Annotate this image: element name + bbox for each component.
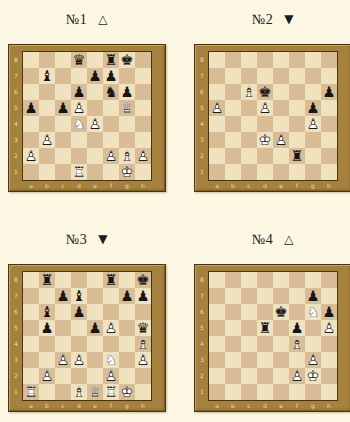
square-f1 [103, 164, 119, 180]
square-f4 [103, 336, 119, 352]
square-c1 [241, 384, 257, 400]
file-label-h: h [321, 400, 337, 411]
file-label-d: d [71, 180, 87, 191]
white-pawn-piece: ♟♙ [305, 116, 321, 132]
square-f4 [103, 116, 119, 132]
square-h8 [321, 272, 337, 288]
square-d3: ♟♙ [71, 352, 87, 368]
square-g1: ♚♔ [119, 164, 135, 180]
black-pawn-piece: ♟ [289, 320, 305, 336]
square-e5 [273, 100, 289, 116]
black-pawn-piece: ♟ [55, 288, 71, 304]
square-g2: ♝♗ [119, 148, 135, 164]
square-e7 [273, 68, 289, 84]
board-1: ♛♜♚♝♟♟♟♞♟♟♟♟♙♛♕♞♘♟♙♟♙♟♙♟♙♝♗♟♙♜♖♚♔ 876543… [8, 44, 166, 192]
file-label-b: b [225, 180, 241, 191]
square-h2 [321, 368, 337, 384]
rank-label-3: 3 [11, 352, 21, 368]
square-a7 [209, 68, 225, 84]
square-e5: ♟ [87, 320, 103, 336]
black-pawn-piece: ♟ [321, 84, 337, 100]
file-label-h: h [135, 180, 151, 191]
square-a5: ♟ [23, 100, 39, 116]
black-pawn-piece: ♟ [119, 84, 135, 100]
square-d5: ♟♙ [257, 100, 273, 116]
square-d5: ♟♙ [71, 100, 87, 116]
square-e1 [273, 164, 289, 180]
black-rook-piece: ♜ [103, 52, 119, 68]
square-b4 [225, 116, 241, 132]
black-pawn-piece: ♟ [305, 288, 321, 304]
square-f4 [289, 116, 305, 132]
square-b6: ♝ [39, 304, 55, 320]
rank-label-7: 7 [197, 68, 207, 84]
white-knight-piece: ♞♘ [305, 304, 321, 320]
board-2: ♝♗♚♟♟♙♟♙♟♟♙♚♔♟♙♜ 87654321abcdefgh [194, 44, 350, 192]
square-c3 [241, 352, 257, 368]
square-a6 [209, 84, 225, 100]
white-pawn-piece: ♟♙ [103, 148, 119, 164]
square-e7 [273, 288, 289, 304]
square-e7: ♟ [87, 68, 103, 84]
square-a2 [23, 368, 39, 384]
square-a7 [23, 288, 39, 304]
rank-label-7: 7 [11, 288, 21, 304]
square-h8 [135, 52, 151, 68]
white-king-piece: ♚♔ [119, 164, 135, 180]
square-a2: ♟♙ [23, 148, 39, 164]
square-c8 [55, 52, 71, 68]
square-d3 [257, 352, 273, 368]
file-label-g: g [119, 400, 135, 411]
square-c5: ♟ [55, 100, 71, 116]
square-b5 [39, 100, 55, 116]
square-h1 [135, 164, 151, 180]
square-f6 [289, 304, 305, 320]
white-pawn-piece: ♟♙ [39, 368, 55, 384]
square-b3 [39, 352, 55, 368]
square-d4 [257, 336, 273, 352]
square-b2 [225, 148, 241, 164]
rank-label-2: 2 [197, 368, 207, 384]
square-e1 [87, 164, 103, 180]
square-g3 [305, 132, 321, 148]
square-b1 [39, 164, 55, 180]
square-h2: ♟♙ [135, 148, 151, 164]
square-b2 [225, 368, 241, 384]
square-f2: ♜ [289, 148, 305, 164]
rank-label-7: 7 [11, 68, 21, 84]
square-c7 [241, 68, 257, 84]
square-c6 [55, 304, 71, 320]
square-c2 [55, 368, 71, 384]
square-g6 [305, 84, 321, 100]
square-e2 [273, 148, 289, 164]
file-label-f: f [103, 180, 119, 191]
square-h1 [321, 164, 337, 180]
diagram-4-label: №4 [252, 232, 273, 247]
rank-label-4: 4 [11, 116, 21, 132]
black-rook-piece: ♜ [103, 272, 119, 288]
square-e3: ♟♙ [273, 132, 289, 148]
square-c4 [55, 336, 71, 352]
black-rook-piece: ♜ [289, 148, 305, 164]
square-d5 [71, 320, 87, 336]
file-label-h: h [135, 400, 151, 411]
square-h8 [321, 52, 337, 68]
square-h7: ♟ [135, 288, 151, 304]
square-f1: ♜♖ [103, 384, 119, 400]
rank-label-1: 1 [11, 384, 21, 400]
square-b2: ♟♙ [39, 368, 55, 384]
white-pawn-piece: ♟♙ [71, 352, 87, 368]
square-a3 [23, 352, 39, 368]
square-e4 [87, 336, 103, 352]
square-b2 [39, 148, 55, 164]
square-f6: ♞ [103, 84, 119, 100]
square-g4 [305, 336, 321, 352]
file-label-a: a [209, 180, 225, 191]
square-b4 [225, 336, 241, 352]
square-g2: ♚♔ [305, 368, 321, 384]
square-e7 [87, 288, 103, 304]
square-b3: ♟♙ [39, 132, 55, 148]
square-b4 [39, 116, 55, 132]
square-g6 [119, 304, 135, 320]
square-a1: ♜♖ [23, 384, 39, 400]
square-e4: ♟♙ [87, 116, 103, 132]
file-label-b: b [225, 400, 241, 411]
white-bishop-piece: ♝♗ [119, 148, 135, 164]
square-g8: ♚ [119, 52, 135, 68]
file-label-e: e [273, 180, 289, 191]
square-g5: ♟ [305, 100, 321, 116]
rank-label-6: 6 [197, 84, 207, 100]
square-g5 [305, 320, 321, 336]
square-g7: ♟ [119, 288, 135, 304]
square-g8 [119, 272, 135, 288]
square-g2 [119, 368, 135, 384]
square-d4 [257, 116, 273, 132]
square-h8: ♚ [135, 272, 151, 288]
rank-label-8: 8 [11, 52, 21, 68]
square-a2 [209, 368, 225, 384]
square-b6 [225, 84, 241, 100]
rank-label-5: 5 [197, 320, 207, 336]
square-g4 [119, 336, 135, 352]
white-pawn-piece: ♟♙ [39, 132, 55, 148]
square-f6 [103, 304, 119, 320]
square-a4 [209, 116, 225, 132]
square-e6: ♚ [273, 304, 289, 320]
rank-label-7: 7 [197, 288, 207, 304]
square-h5: ♟♙ [321, 320, 337, 336]
square-d7: ♝ [71, 288, 87, 304]
square-h5 [321, 100, 337, 116]
square-a8 [209, 52, 225, 68]
square-h4: ♝♗ [135, 336, 151, 352]
square-e6 [87, 84, 103, 100]
square-f6 [289, 84, 305, 100]
square-h4 [135, 116, 151, 132]
square-h4 [321, 116, 337, 132]
square-d3 [71, 132, 87, 148]
square-g1: ♚♔ [119, 384, 135, 400]
square-f8: ♜ [103, 52, 119, 68]
square-h3 [321, 132, 337, 148]
square-d8 [71, 272, 87, 288]
black-king-piece: ♚ [257, 84, 273, 100]
square-a7 [209, 288, 225, 304]
square-a5: ♟♙ [209, 100, 225, 116]
black-knight-piece: ♞ [103, 84, 119, 100]
white-pawn-piece: ♟♙ [87, 116, 103, 132]
square-g2 [305, 148, 321, 164]
white-pawn-piece: ♟♙ [23, 148, 39, 164]
square-g3: ♟♙ [305, 352, 321, 368]
black-king-piece: ♚ [273, 304, 289, 320]
square-g7 [119, 68, 135, 84]
square-g7 [305, 68, 321, 84]
white-king-piece: ♚♔ [119, 384, 135, 400]
rank-label-1: 1 [11, 164, 21, 180]
square-b8 [225, 272, 241, 288]
rank-label-5: 5 [197, 100, 207, 116]
file-label-c: c [241, 180, 257, 191]
square-a5 [209, 320, 225, 336]
square-e5 [273, 320, 289, 336]
file-label-a: a [23, 400, 39, 411]
square-b7: ♝ [39, 68, 55, 84]
square-f5 [289, 100, 305, 116]
white-bishop-piece: ♝♗ [289, 336, 305, 352]
black-pawn-piece: ♟ [23, 100, 39, 116]
square-h2 [135, 368, 151, 384]
white-pawn-piece: ♟♙ [103, 320, 119, 336]
square-a6 [23, 304, 39, 320]
square-g4: ♟♙ [305, 116, 321, 132]
square-c7: ♟ [55, 288, 71, 304]
white-to-move-icon: △ [98, 12, 108, 26]
square-h3 [135, 132, 151, 148]
diagram-4: №4 △ ♟♚♞♘♟♜♟♟♙♝♗♟♙♟♙♚♔ 87654321abcdefgh [194, 232, 350, 412]
white-pawn-piece: ♟♙ [305, 352, 321, 368]
square-d1: ♜♖ [71, 164, 87, 180]
square-g1 [305, 384, 321, 400]
white-queen-piece: ♛♕ [119, 100, 135, 116]
square-h6: ♟ [321, 84, 337, 100]
square-e3 [87, 352, 103, 368]
square-h7 [321, 68, 337, 84]
square-f5: ♟ [289, 320, 305, 336]
black-to-move-icon: ▼ [98, 232, 108, 246]
square-a3 [209, 352, 225, 368]
file-label-e: e [273, 400, 289, 411]
black-bishop-piece: ♝ [39, 304, 55, 320]
square-e5 [87, 100, 103, 116]
rank-label-8: 8 [197, 272, 207, 288]
square-a4 [209, 336, 225, 352]
square-f8 [289, 272, 305, 288]
file-label-c: c [55, 180, 71, 191]
black-queen-piece: ♛ [71, 52, 87, 68]
diagram-2-label: №2 [252, 12, 273, 27]
square-c4 [55, 116, 71, 132]
square-c5 [241, 100, 257, 116]
square-a3 [209, 132, 225, 148]
square-b8 [39, 52, 55, 68]
square-f7 [289, 68, 305, 84]
diagram-1: №1 △ ♛♜♚♝♟♟♟♞♟♟♟♟♙♛♕♞♘♟♙♟♙♟♙♟♙♝♗♟♙♜♖♚♔ 8… [8, 12, 166, 192]
square-h1 [321, 384, 337, 400]
square-b3 [225, 352, 241, 368]
square-c2 [55, 148, 71, 164]
file-label-d: d [257, 180, 273, 191]
square-c3 [55, 132, 71, 148]
rank-label-8: 8 [197, 52, 207, 68]
square-b5 [225, 100, 241, 116]
rank-label-5: 5 [11, 100, 21, 116]
square-b3 [225, 132, 241, 148]
rank-label-4: 4 [197, 116, 207, 132]
black-pawn-piece: ♟ [87, 320, 103, 336]
rank-label-4: 4 [197, 336, 207, 352]
square-a6 [23, 84, 39, 100]
square-g7: ♟ [305, 288, 321, 304]
square-b7 [225, 68, 241, 84]
file-label-g: g [305, 400, 321, 411]
square-c3 [241, 132, 257, 148]
board-grid-1: ♛♜♚♝♟♟♟♞♟♟♟♟♙♛♕♞♘♟♙♟♙♟♙♟♙♝♗♟♙♜♖♚♔ [22, 51, 152, 181]
white-pawn-piece: ♟♙ [321, 320, 337, 336]
square-d2 [257, 148, 273, 164]
square-a4 [23, 116, 39, 132]
diagram-2: №2 ▼ ♝♗♚♟♟♙♟♙♟♟♙♚♔♟♙♜ 87654321abcdefgh [194, 12, 350, 192]
square-d7 [71, 68, 87, 84]
square-a6 [209, 304, 225, 320]
square-d6: ♟ [71, 304, 87, 320]
square-d7 [257, 288, 273, 304]
file-label-h: h [321, 180, 337, 191]
square-c5 [55, 320, 71, 336]
square-b1 [225, 164, 241, 180]
white-king-piece: ♚♔ [305, 368, 321, 384]
board-4: ♟♚♞♘♟♜♟♟♙♝♗♟♙♟♙♚♔ 87654321abcdefgh [194, 264, 350, 412]
white-pawn-piece: ♟♙ [209, 100, 225, 116]
white-pawn-piece: ♟♙ [55, 352, 71, 368]
square-g6: ♟ [119, 84, 135, 100]
board-grid-4: ♟♚♞♘♟♜♟♟♙♝♗♟♙♟♙♚♔ [208, 271, 338, 401]
square-c6 [55, 84, 71, 100]
file-label-f: f [289, 180, 305, 191]
diagram-1-header: №1 △ [8, 12, 166, 34]
square-c3: ♟♙ [55, 352, 71, 368]
diagram-2-header: №2 ▼ [194, 12, 350, 34]
black-bishop-piece: ♝ [71, 288, 87, 304]
file-label-e: e [87, 180, 103, 191]
white-knight-piece: ♞♘ [103, 352, 119, 368]
square-d3: ♚♔ [257, 132, 273, 148]
square-e6 [87, 304, 103, 320]
square-a1 [209, 164, 225, 180]
square-h3: ♟♙ [135, 352, 151, 368]
rank-label-1: 1 [197, 384, 207, 400]
square-b7 [225, 288, 241, 304]
black-pawn-piece: ♟ [305, 100, 321, 116]
square-d8 [257, 52, 273, 68]
white-king-piece: ♚♔ [257, 132, 273, 148]
square-d8 [257, 272, 273, 288]
square-g3 [119, 132, 135, 148]
square-b8 [225, 52, 241, 68]
black-to-move-icon: ▼ [284, 12, 294, 26]
square-c4 [241, 116, 257, 132]
file-label-b: b [39, 180, 55, 191]
diagram-4-header: №4 △ [194, 232, 350, 254]
diagram-3-label: №3 [66, 232, 87, 247]
square-e3 [273, 352, 289, 368]
square-e6 [273, 84, 289, 100]
black-pawn-piece: ♟ [71, 84, 87, 100]
square-h2 [321, 148, 337, 164]
square-c1 [55, 384, 71, 400]
square-f8: ♜ [103, 272, 119, 288]
square-f1 [289, 384, 305, 400]
square-b1 [39, 384, 55, 400]
rank-label-4: 4 [11, 336, 21, 352]
square-h5 [135, 100, 151, 116]
white-pawn-piece: ♟♙ [71, 100, 87, 116]
square-a1 [23, 164, 39, 180]
square-f7 [103, 288, 119, 304]
file-label-b: b [39, 400, 55, 411]
rank-label-1: 1 [197, 164, 207, 180]
file-label-g: g [119, 180, 135, 191]
file-label-g: g [305, 180, 321, 191]
white-pawn-piece: ♟♙ [135, 148, 151, 164]
square-c8 [241, 52, 257, 68]
black-pawn-piece: ♟ [55, 100, 71, 116]
rank-label-3: 3 [11, 132, 21, 148]
square-c8 [241, 272, 257, 288]
rank-label-2: 2 [11, 148, 21, 164]
file-label-f: f [289, 400, 305, 411]
black-king-piece: ♚ [135, 272, 151, 288]
square-d6 [257, 304, 273, 320]
square-h1 [135, 384, 151, 400]
diagram-3: №3 ▼ ♜♜♚♟♝♟♟♝♟♟♟♟♙♛♝♗♟♙♟♙♞♘♟♙♟♙♟♙♜♖♝♗♛♕♜… [8, 232, 166, 412]
black-pawn-piece: ♟ [135, 288, 151, 304]
white-rook-piece: ♜♖ [71, 164, 87, 180]
square-e8 [273, 52, 289, 68]
white-pawn-piece: ♟♙ [257, 100, 273, 116]
square-g3 [119, 352, 135, 368]
square-e2 [87, 148, 103, 164]
file-label-a: a [23, 180, 39, 191]
square-e3 [87, 132, 103, 148]
black-pawn-piece: ♟ [103, 68, 119, 84]
rank-label-6: 6 [197, 304, 207, 320]
square-a5 [23, 320, 39, 336]
square-a2 [209, 148, 225, 164]
square-f5 [103, 100, 119, 116]
square-c7 [241, 288, 257, 304]
board-grid-2: ♝♗♚♟♟♙♟♙♟♟♙♚♔♟♙♜ [208, 51, 338, 181]
square-g4 [119, 116, 135, 132]
square-b6 [225, 304, 241, 320]
square-c6: ♝♗ [241, 84, 257, 100]
square-e4 [273, 336, 289, 352]
